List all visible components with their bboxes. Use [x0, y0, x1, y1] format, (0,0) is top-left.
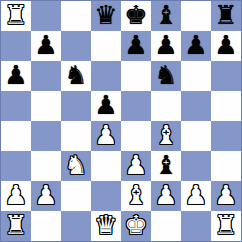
- square-e4[interactable]: [121, 121, 151, 151]
- white-bishop[interactable]: ♝: [124, 182, 147, 208]
- black-queen[interactable]: ♛: [94, 2, 117, 28]
- square-d2[interactable]: [91, 181, 121, 211]
- square-e2[interactable]: ♝: [121, 181, 151, 211]
- black-pawn[interactable]: ♟: [184, 32, 207, 58]
- square-h6[interactable]: [211, 61, 241, 91]
- white-pawn[interactable]: ♟: [214, 182, 237, 208]
- square-e5[interactable]: [121, 91, 151, 121]
- black-knight[interactable]: ♞: [64, 62, 87, 88]
- square-b1[interactable]: [31, 211, 61, 241]
- square-a2[interactable]: ♟: [1, 181, 31, 211]
- square-e7[interactable]: ♟: [121, 31, 151, 61]
- square-b4[interactable]: [31, 121, 61, 151]
- square-g7[interactable]: ♟: [181, 31, 211, 61]
- square-c2[interactable]: [61, 181, 91, 211]
- square-f1[interactable]: [151, 211, 181, 241]
- square-g3[interactable]: [181, 151, 211, 181]
- square-d1[interactable]: ♛: [91, 211, 121, 241]
- square-d8[interactable]: ♛: [91, 1, 121, 31]
- square-g8[interactable]: [181, 1, 211, 31]
- square-f5[interactable]: [151, 91, 181, 121]
- square-b5[interactable]: [31, 91, 61, 121]
- white-pawn[interactable]: ♟: [154, 182, 177, 208]
- black-pawn[interactable]: ♟: [4, 62, 27, 88]
- square-e1[interactable]: ♚: [121, 211, 151, 241]
- square-c3[interactable]: ♞: [61, 151, 91, 181]
- square-g2[interactable]: ♟: [181, 181, 211, 211]
- black-pawn[interactable]: ♟: [154, 32, 177, 58]
- square-d6[interactable]: [91, 61, 121, 91]
- square-c5[interactable]: [61, 91, 91, 121]
- square-d5[interactable]: ♟: [91, 91, 121, 121]
- white-king[interactable]: ♚: [124, 212, 147, 238]
- white-pawn[interactable]: ♟: [94, 122, 117, 148]
- square-d4[interactable]: ♟: [91, 121, 121, 151]
- square-c6[interactable]: ♞: [61, 61, 91, 91]
- square-e6[interactable]: [121, 61, 151, 91]
- white-pawn[interactable]: ♟: [4, 182, 27, 208]
- black-bishop[interactable]: ♝: [154, 2, 177, 28]
- square-c7[interactable]: [61, 31, 91, 61]
- square-h7[interactable]: ♟: [211, 31, 241, 61]
- black-king[interactable]: ♚: [124, 2, 147, 28]
- square-f4[interactable]: ♝: [151, 121, 181, 151]
- square-h1[interactable]: ♜: [211, 211, 241, 241]
- square-a8[interactable]: ♜: [1, 1, 31, 31]
- square-a7[interactable]: [1, 31, 31, 61]
- square-a6[interactable]: ♟: [1, 61, 31, 91]
- square-d3[interactable]: [91, 151, 121, 181]
- square-e8[interactable]: ♚: [121, 1, 151, 31]
- square-a3[interactable]: [1, 151, 31, 181]
- square-g5[interactable]: [181, 91, 211, 121]
- chess-board: ♜♛♚♝♜♟♟♟♟♟♟♞♞♟♟♝♞♟♝♟♟♝♟♟♟♜♛♚♜: [0, 0, 242, 242]
- square-f3[interactable]: ♝: [151, 151, 181, 181]
- square-b2[interactable]: ♟: [31, 181, 61, 211]
- square-c8[interactable]: [61, 1, 91, 31]
- white-pawn[interactable]: ♟: [184, 182, 207, 208]
- square-g6[interactable]: [181, 61, 211, 91]
- square-b7[interactable]: ♟: [31, 31, 61, 61]
- white-rook[interactable]: ♜: [4, 212, 27, 238]
- square-c4[interactable]: [61, 121, 91, 151]
- square-a4[interactable]: [1, 121, 31, 151]
- white-pawn[interactable]: ♟: [34, 182, 57, 208]
- white-bishop[interactable]: ♝: [154, 122, 177, 148]
- square-h8[interactable]: ♜: [211, 1, 241, 31]
- white-rook[interactable]: ♜: [214, 212, 237, 238]
- square-h5[interactable]: [211, 91, 241, 121]
- square-b8[interactable]: [31, 1, 61, 31]
- black-rook[interactable]: ♜: [214, 2, 237, 28]
- square-c1[interactable]: [61, 211, 91, 241]
- white-rook[interactable]: ♜: [4, 2, 27, 28]
- square-a1[interactable]: ♜: [1, 211, 31, 241]
- square-f8[interactable]: ♝: [151, 1, 181, 31]
- black-pawn[interactable]: ♟: [214, 32, 237, 58]
- black-pawn[interactable]: ♟: [34, 32, 57, 58]
- white-queen[interactable]: ♛: [94, 212, 117, 238]
- square-d7[interactable]: [91, 31, 121, 61]
- square-h2[interactable]: ♟: [211, 181, 241, 211]
- white-pawn[interactable]: ♟: [124, 152, 147, 178]
- square-f2[interactable]: ♟: [151, 181, 181, 211]
- square-b6[interactable]: [31, 61, 61, 91]
- white-knight[interactable]: ♞: [64, 152, 87, 178]
- square-e3[interactable]: ♟: [121, 151, 151, 181]
- square-f6[interactable]: ♞: [151, 61, 181, 91]
- black-bishop[interactable]: ♝: [154, 152, 177, 178]
- black-knight[interactable]: ♞: [154, 62, 177, 88]
- black-pawn[interactable]: ♟: [94, 92, 117, 118]
- black-pawn[interactable]: ♟: [124, 32, 147, 58]
- square-h3[interactable]: [211, 151, 241, 181]
- square-g4[interactable]: [181, 121, 211, 151]
- square-g1[interactable]: [181, 211, 211, 241]
- square-a5[interactable]: [1, 91, 31, 121]
- square-f7[interactable]: ♟: [151, 31, 181, 61]
- square-h4[interactable]: [211, 121, 241, 151]
- square-b3[interactable]: [31, 151, 61, 181]
